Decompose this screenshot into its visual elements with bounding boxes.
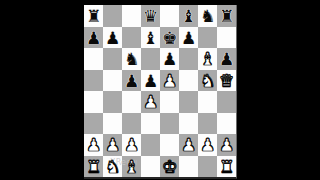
square-a2[interactable]: ♟	[84, 134, 103, 156]
square-f3[interactable]	[179, 113, 198, 135]
square-d6[interactable]	[141, 48, 160, 70]
piece-white-rook[interactable]: ♜	[217, 156, 236, 178]
square-c7[interactable]	[122, 27, 141, 49]
square-e5[interactable]: ♟	[160, 70, 179, 92]
piece-white-pawn[interactable]: ♟	[179, 135, 198, 157]
square-c3[interactable]	[122, 113, 141, 135]
square-d7[interactable]: ♝	[141, 27, 160, 49]
square-c8[interactable]	[122, 5, 141, 27]
square-g1[interactable]	[198, 156, 217, 178]
square-a8[interactable]: ♜	[84, 5, 103, 27]
piece-white-pawn[interactable]: ♟	[217, 135, 236, 157]
piece-white-pawn[interactable]: ♟	[122, 135, 141, 157]
piece-black-rook[interactable]: ♜	[84, 6, 103, 28]
square-g8[interactable]: ♞	[198, 5, 217, 27]
square-e8[interactable]	[160, 5, 179, 27]
square-f5[interactable]	[179, 70, 198, 92]
piece-black-pawn[interactable]: ♟	[122, 70, 141, 92]
square-c4[interactable]	[122, 91, 141, 113]
piece-black-king[interactable]: ♚	[160, 27, 179, 49]
piece-black-knight[interactable]: ♞	[198, 6, 217, 28]
square-b7[interactable]: ♟	[103, 27, 122, 49]
square-b6[interactable]	[103, 48, 122, 70]
piece-white-bishop[interactable]: ♝	[198, 49, 217, 71]
square-h3[interactable]	[217, 113, 236, 135]
piece-white-pawn[interactable]: ♟	[141, 92, 160, 114]
square-h7[interactable]	[217, 27, 236, 49]
square-e1[interactable]: ♚	[160, 156, 179, 178]
square-a5[interactable]	[84, 70, 103, 92]
piece-black-pawn[interactable]: ♟	[160, 49, 179, 71]
square-g5[interactable]: ♞	[198, 70, 217, 92]
square-a4[interactable]	[84, 91, 103, 113]
piece-white-bishop[interactable]: ♝	[122, 156, 141, 178]
square-e3[interactable]	[160, 113, 179, 135]
piece-black-bishop[interactable]: ♝	[141, 27, 160, 49]
piece-white-king[interactable]: ♚	[160, 156, 179, 178]
piece-white-knight[interactable]: ♞	[103, 156, 122, 178]
chess-board[interactable]: ♜♛♝♞♜♟♟♝♚♟♞♟♝♟♟♟♟♞♛♟♟♟♟♟♟♟♜♞♝♚♜	[84, 5, 237, 179]
piece-black-bishop[interactable]: ♝	[179, 6, 198, 28]
square-e4[interactable]	[160, 91, 179, 113]
square-e6[interactable]: ♟	[160, 48, 179, 70]
square-d3[interactable]	[141, 113, 160, 135]
square-c1[interactable]: ♝	[122, 156, 141, 178]
square-d2[interactable]	[141, 134, 160, 156]
square-a1[interactable]: ♜	[84, 156, 103, 178]
piece-black-knight[interactable]: ♞	[122, 49, 141, 71]
square-a6[interactable]	[84, 48, 103, 70]
square-d8[interactable]: ♛	[141, 5, 160, 27]
square-a7[interactable]: ♟	[84, 27, 103, 49]
square-e7[interactable]: ♚	[160, 27, 179, 49]
square-d4[interactable]: ♟	[141, 91, 160, 113]
square-h6[interactable]: ♟	[217, 48, 236, 70]
piece-black-pawn[interactable]: ♟	[103, 27, 122, 49]
square-c5[interactable]: ♟	[122, 70, 141, 92]
square-e2[interactable]	[160, 134, 179, 156]
piece-black-pawn[interactable]: ♟	[179, 27, 198, 49]
square-h2[interactable]: ♟	[217, 134, 236, 156]
square-f6[interactable]	[179, 48, 198, 70]
square-b3[interactable]	[103, 113, 122, 135]
square-b8[interactable]	[103, 5, 122, 27]
square-g7[interactable]	[198, 27, 217, 49]
piece-black-pawn[interactable]: ♟	[141, 70, 160, 92]
square-f7[interactable]: ♟	[179, 27, 198, 49]
square-b4[interactable]	[103, 91, 122, 113]
square-g3[interactable]	[198, 113, 217, 135]
square-g6[interactable]: ♝	[198, 48, 217, 70]
piece-white-queen[interactable]: ♛	[217, 70, 236, 92]
square-h8[interactable]: ♜	[217, 5, 236, 27]
square-b1[interactable]: ♞	[103, 156, 122, 178]
square-c6[interactable]: ♞	[122, 48, 141, 70]
square-h4[interactable]	[217, 91, 236, 113]
piece-white-pawn[interactable]: ♟	[198, 135, 217, 157]
square-f4[interactable]	[179, 91, 198, 113]
piece-white-rook[interactable]: ♜	[84, 156, 103, 178]
square-d5[interactable]: ♟	[141, 70, 160, 92]
piece-white-pawn[interactable]: ♟	[103, 135, 122, 157]
piece-white-knight[interactable]: ♞	[198, 70, 217, 92]
piece-black-pawn[interactable]: ♟	[84, 27, 103, 49]
square-b2[interactable]: ♟	[103, 134, 122, 156]
piece-white-pawn[interactable]: ♟	[84, 135, 103, 157]
piece-white-pawn[interactable]: ♟	[160, 70, 179, 92]
video-frame: ♜♛♝♞♜♟♟♝♚♟♞♟♝♟♟♟♟♞♛♟♟♟♟♟♟♟♜♞♝♚♜ XRecorde…	[0, 0, 320, 180]
square-f1[interactable]	[179, 156, 198, 178]
square-h5[interactable]: ♛	[217, 70, 236, 92]
square-f2[interactable]: ♟	[179, 134, 198, 156]
square-a3[interactable]	[84, 113, 103, 135]
square-g2[interactable]: ♟	[198, 134, 217, 156]
square-c2[interactable]: ♟	[122, 134, 141, 156]
square-f8[interactable]: ♝	[179, 5, 198, 27]
square-d1[interactable]	[141, 156, 160, 178]
piece-black-pawn[interactable]: ♟	[217, 49, 236, 71]
piece-black-queen[interactable]: ♛	[141, 6, 160, 28]
square-h1[interactable]: ♜	[217, 156, 236, 178]
piece-black-rook[interactable]: ♜	[217, 6, 236, 28]
square-g4[interactable]	[198, 91, 217, 113]
square-b5[interactable]	[103, 70, 122, 92]
